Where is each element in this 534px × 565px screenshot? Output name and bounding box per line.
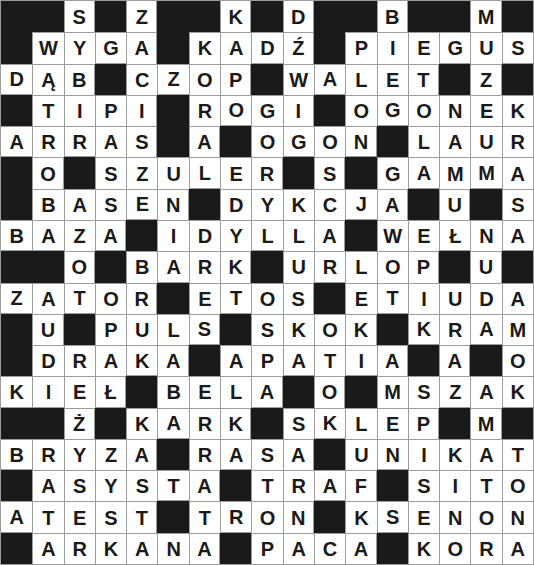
- crossword-cell[interactable]: Z: [64, 220, 95, 251]
- crossword-cell[interactable]: U: [470, 126, 501, 157]
- crossword-cell[interactable]: M: [502, 314, 533, 345]
- crossword-cell[interactable]: P: [408, 251, 439, 282]
- crossword-cell[interactable]: I: [439, 470, 470, 501]
- black-cell: [1, 314, 32, 345]
- crossword-cell[interactable]: A: [32, 220, 63, 251]
- crossword-cell[interactable]: O: [377, 251, 408, 282]
- crossword-cell[interactable]: L: [220, 376, 251, 407]
- crossword-cell[interactable]: R: [32, 439, 63, 470]
- crossword-cell[interactable]: O: [251, 501, 282, 532]
- black-cell: [502, 408, 533, 439]
- black-cell: [408, 189, 439, 220]
- crossword-cell[interactable]: E: [126, 189, 157, 220]
- crossword-grid: SZKDBMWYGAKADŹPIEGUSDĄBCZOPWALETZTIPIROG…: [0, 0, 534, 565]
- crossword-cell[interactable]: U: [283, 251, 314, 282]
- crossword-cell[interactable]: A: [314, 220, 345, 251]
- black-cell: [157, 501, 188, 532]
- crossword-cell[interactable]: I: [64, 95, 95, 126]
- crossword-cell[interactable]: A: [502, 283, 533, 314]
- black-cell: [220, 314, 251, 345]
- crossword-cell[interactable]: R: [126, 283, 157, 314]
- crossword-cell[interactable]: G: [377, 95, 408, 126]
- crossword-cell[interactable]: A: [283, 533, 314, 564]
- crossword-cell[interactable]: Z: [439, 376, 470, 407]
- crossword-cell[interactable]: R: [32, 126, 63, 157]
- black-cell: [439, 1, 470, 32]
- crossword-cell[interactable]: A: [32, 283, 63, 314]
- crossword-cell[interactable]: Ł: [439, 220, 470, 251]
- crossword-cell[interactable]: U: [439, 283, 470, 314]
- black-cell: [32, 1, 63, 32]
- crossword-cell[interactable]: L: [283, 220, 314, 251]
- crossword-cell[interactable]: A: [377, 189, 408, 220]
- crossword-cell[interactable]: A: [126, 439, 157, 470]
- black-cell: [251, 64, 282, 95]
- crossword-cell[interactable]: D: [220, 189, 251, 220]
- black-cell: [502, 1, 533, 32]
- crossword-cell[interactable]: R: [439, 314, 470, 345]
- crossword-cell[interactable]: T: [220, 283, 251, 314]
- crossword-cell[interactable]: A: [470, 314, 501, 345]
- crossword-cell[interactable]: S: [126, 126, 157, 157]
- crossword-cell[interactable]: M: [377, 376, 408, 407]
- crossword-cell[interactable]: A: [283, 345, 314, 376]
- crossword-cell[interactable]: C: [126, 64, 157, 95]
- crossword-cell[interactable]: I: [408, 283, 439, 314]
- crossword-cell[interactable]: A: [126, 533, 157, 564]
- crossword-cell[interactable]: R: [189, 408, 220, 439]
- crossword-cell[interactable]: E: [220, 157, 251, 188]
- crossword-cell[interactable]: E: [189, 376, 220, 407]
- crossword-cell[interactable]: S: [408, 376, 439, 407]
- crossword-cell[interactable]: R: [64, 533, 95, 564]
- crossword-cell[interactable]: A: [220, 345, 251, 376]
- crossword-cell[interactable]: U: [439, 189, 470, 220]
- crossword-cell[interactable]: K: [220, 408, 251, 439]
- crossword-cell[interactable]: O: [251, 126, 282, 157]
- crossword-cell[interactable]: O: [314, 314, 345, 345]
- crossword-cell[interactable]: A: [95, 220, 126, 251]
- crossword-cell[interactable]: G: [283, 126, 314, 157]
- crossword-cell[interactable]: S: [283, 283, 314, 314]
- black-cell: [126, 220, 157, 251]
- crossword-cell[interactable]: R: [283, 470, 314, 501]
- crossword-cell[interactable]: R: [470, 533, 501, 564]
- crossword-cell[interactable]: I: [377, 32, 408, 63]
- crossword-cell[interactable]: W: [377, 220, 408, 251]
- crossword-cell[interactable]: D: [1, 64, 32, 95]
- crossword-cell[interactable]: G: [377, 157, 408, 188]
- crossword-cell[interactable]: Z: [157, 64, 188, 95]
- black-cell: [314, 95, 345, 126]
- black-cell: [189, 345, 220, 376]
- crossword-cell[interactable]: Y: [95, 470, 126, 501]
- black-cell: [251, 408, 282, 439]
- crossword-cell[interactable]: M: [470, 408, 501, 439]
- crossword-cell[interactable]: B: [377, 1, 408, 32]
- crossword-cell[interactable]: E: [408, 220, 439, 251]
- black-cell: [1, 251, 32, 282]
- crossword-cell[interactable]: N: [283, 501, 314, 532]
- crossword-cell[interactable]: A: [189, 470, 220, 501]
- crossword-cell[interactable]: Y: [64, 439, 95, 470]
- crossword-cell[interactable]: E: [189, 283, 220, 314]
- crossword-cell[interactable]: Z: [470, 64, 501, 95]
- crossword-cell[interactable]: G: [95, 32, 126, 63]
- black-cell: [1, 189, 32, 220]
- crossword-cell[interactable]: R: [251, 157, 282, 188]
- crossword-cell[interactable]: K: [220, 251, 251, 282]
- crossword-cell[interactable]: A: [439, 345, 470, 376]
- crossword-cell[interactable]: W: [32, 32, 63, 63]
- crossword-cell[interactable]: E: [377, 408, 408, 439]
- crossword-cell[interactable]: P: [220, 64, 251, 95]
- black-cell: [64, 157, 95, 188]
- black-cell: [251, 1, 282, 32]
- crossword-cell[interactable]: K: [95, 533, 126, 564]
- crossword-cell[interactable]: Y: [220, 220, 251, 251]
- crossword-cell[interactable]: L: [189, 157, 220, 188]
- crossword-cell[interactable]: B: [157, 376, 188, 407]
- crossword-cell[interactable]: U: [470, 251, 501, 282]
- crossword-cell[interactable]: O: [314, 376, 345, 407]
- crossword-cell[interactable]: Y: [251, 189, 282, 220]
- crossword-cell[interactable]: T: [126, 501, 157, 532]
- crossword-cell[interactable]: D: [32, 345, 63, 376]
- black-cell: [470, 345, 501, 376]
- crossword-cell[interactable]: A: [220, 32, 251, 63]
- crossword-cell[interactable]: A: [251, 376, 282, 407]
- crossword-cell[interactable]: S: [251, 314, 282, 345]
- crossword-cell[interactable]: R: [314, 251, 345, 282]
- crossword-cell[interactable]: A: [314, 64, 345, 95]
- crossword-cell[interactable]: E: [377, 64, 408, 95]
- crossword-cell[interactable]: R: [189, 95, 220, 126]
- crossword-cell[interactable]: P: [345, 32, 376, 63]
- crossword-cell[interactable]: S: [502, 189, 533, 220]
- crossword-cell[interactable]: M: [439, 157, 470, 188]
- crossword-cell[interactable]: B: [126, 251, 157, 282]
- crossword-cell[interactable]: Z: [1, 283, 32, 314]
- crossword-cell[interactable]: L: [408, 126, 439, 157]
- crossword-cell[interactable]: K: [126, 408, 157, 439]
- crossword-cell[interactable]: S: [408, 470, 439, 501]
- crossword-cell[interactable]: A: [283, 439, 314, 470]
- black-cell: [1, 32, 32, 63]
- crossword-cell[interactable]: Ż: [64, 408, 95, 439]
- crossword-cell[interactable]: E: [64, 501, 95, 532]
- crossword-cell[interactable]: I: [157, 220, 188, 251]
- crossword-cell[interactable]: L: [157, 314, 188, 345]
- crossword-cell[interactable]: T: [32, 501, 63, 532]
- crossword-cell[interactable]: K: [502, 376, 533, 407]
- crossword-cell[interactable]: G: [251, 95, 282, 126]
- crossword-cell[interactable]: K: [439, 439, 470, 470]
- crossword-cell[interactable]: I: [126, 95, 157, 126]
- crossword-cell[interactable]: T: [32, 95, 63, 126]
- crossword-cell[interactable]: O: [64, 251, 95, 282]
- crossword-cell[interactable]: R: [189, 251, 220, 282]
- crossword-cell[interactable]: A: [189, 533, 220, 564]
- crossword-cell[interactable]: O: [502, 345, 533, 376]
- crossword-cell[interactable]: T: [408, 64, 439, 95]
- crossword-cell[interactable]: E: [345, 283, 376, 314]
- crossword-cell[interactable]: A: [470, 376, 501, 407]
- black-cell: [314, 283, 345, 314]
- black-cell: [439, 251, 470, 282]
- crossword-cell[interactable]: O: [189, 64, 220, 95]
- crossword-cell[interactable]: A: [502, 533, 533, 564]
- crossword-cell[interactable]: A: [95, 345, 126, 376]
- crossword-cell[interactable]: S: [251, 439, 282, 470]
- crossword-cell[interactable]: E: [408, 32, 439, 63]
- crossword-cell[interactable]: Ź: [283, 32, 314, 63]
- crossword-cell[interactable]: K: [408, 533, 439, 564]
- crossword-cell[interactable]: D: [470, 283, 501, 314]
- crossword-cell[interactable]: S: [95, 189, 126, 220]
- crossword-cell[interactable]: A: [502, 157, 533, 188]
- black-cell: [32, 251, 63, 282]
- crossword-cell[interactable]: Ą: [32, 64, 63, 95]
- black-cell: [220, 533, 251, 564]
- crossword-cell[interactable]: A: [1, 126, 32, 157]
- crossword-cell[interactable]: U: [32, 314, 63, 345]
- crossword-cell[interactable]: O: [439, 533, 470, 564]
- crossword-cell[interactable]: N: [439, 95, 470, 126]
- crossword-cell[interactable]: Z: [126, 157, 157, 188]
- crossword-cell[interactable]: I: [408, 439, 439, 470]
- crossword-cell[interactable]: P: [95, 95, 126, 126]
- black-cell: [157, 126, 188, 157]
- crossword-cell[interactable]: M: [470, 157, 501, 188]
- crossword-cell[interactable]: K: [1, 376, 32, 407]
- crossword-cell[interactable]: P: [408, 408, 439, 439]
- black-cell: [157, 283, 188, 314]
- crossword-cell[interactable]: O: [502, 470, 533, 501]
- crossword-cell[interactable]: R: [64, 126, 95, 157]
- crossword-cell[interactable]: A: [1, 501, 32, 532]
- black-cell: [345, 157, 376, 188]
- black-cell: [1, 1, 32, 32]
- crossword-cell[interactable]: B: [1, 220, 32, 251]
- crossword-cell[interactable]: U: [157, 157, 188, 188]
- black-cell: [126, 376, 157, 407]
- black-cell: [377, 126, 408, 157]
- crossword-cell[interactable]: A: [345, 533, 376, 564]
- crossword-cell[interactable]: B: [64, 64, 95, 95]
- crossword-cell[interactable]: T: [470, 470, 501, 501]
- crossword-cell[interactable]: J: [345, 189, 376, 220]
- crossword-cell[interactable]: K: [502, 95, 533, 126]
- crossword-cell[interactable]: E: [408, 501, 439, 532]
- crossword-cell[interactable]: T: [502, 439, 533, 470]
- crossword-cell[interactable]: T: [64, 283, 95, 314]
- crossword-cell[interactable]: N: [439, 501, 470, 532]
- crossword-cell[interactable]: R: [220, 501, 251, 532]
- crossword-cell[interactable]: U: [126, 314, 157, 345]
- crossword-cell[interactable]: O: [220, 95, 251, 126]
- crossword-cell[interactable]: D: [251, 32, 282, 63]
- black-cell: [189, 1, 220, 32]
- crossword-cell[interactable]: A: [377, 345, 408, 376]
- crossword-cell[interactable]: O: [408, 95, 439, 126]
- crossword-cell[interactable]: U: [345, 439, 376, 470]
- crossword-cell[interactable]: C: [314, 533, 345, 564]
- black-cell: [314, 32, 345, 63]
- black-cell: [95, 408, 126, 439]
- crossword-cell[interactable]: A: [408, 157, 439, 188]
- black-cell: [408, 345, 439, 376]
- crossword-cell[interactable]: S: [126, 470, 157, 501]
- black-cell: [220, 126, 251, 157]
- crossword-cell[interactable]: L: [345, 64, 376, 95]
- crossword-cell[interactable]: O: [345, 95, 376, 126]
- crossword-cell[interactable]: N: [157, 189, 188, 220]
- crossword-cell[interactable]: A: [220, 439, 251, 470]
- black-cell: [283, 376, 314, 407]
- crossword-cell[interactable]: I: [345, 345, 376, 376]
- crossword-cell[interactable]: S: [502, 32, 533, 63]
- crossword-cell[interactable]: A: [470, 439, 501, 470]
- black-cell: [95, 1, 126, 32]
- crossword-cell[interactable]: S: [189, 314, 220, 345]
- crossword-cell[interactable]: S: [314, 157, 345, 188]
- crossword-cell[interactable]: T: [377, 283, 408, 314]
- crossword-cell[interactable]: A: [157, 345, 188, 376]
- black-cell: [1, 95, 32, 126]
- crossword-cell[interactable]: S: [64, 1, 95, 32]
- crossword-cell[interactable]: A: [64, 189, 95, 220]
- black-cell: [470, 189, 501, 220]
- crossword-cell[interactable]: A: [314, 470, 345, 501]
- crossword-cell[interactable]: U: [470, 32, 501, 63]
- crossword-cell[interactable]: K: [283, 189, 314, 220]
- black-cell: [64, 314, 95, 345]
- crossword-cell[interactable]: L: [251, 220, 282, 251]
- crossword-cell[interactable]: G: [439, 32, 470, 63]
- crossword-cell[interactable]: A: [32, 470, 63, 501]
- crossword-cell[interactable]: T: [189, 501, 220, 532]
- crossword-cell[interactable]: P: [251, 345, 282, 376]
- crossword-cell[interactable]: A: [157, 408, 188, 439]
- black-cell: [220, 470, 251, 501]
- black-cell: [377, 533, 408, 564]
- crossword-cell[interactable]: O: [95, 283, 126, 314]
- crossword-cell[interactable]: A: [32, 533, 63, 564]
- black-cell: [1, 157, 32, 188]
- crossword-cell[interactable]: O: [32, 157, 63, 188]
- black-cell: [502, 251, 533, 282]
- black-cell: [345, 1, 376, 32]
- crossword-cell[interactable]: P: [95, 314, 126, 345]
- crossword-cell[interactable]: P: [251, 533, 282, 564]
- crossword-cell[interactable]: S: [64, 470, 95, 501]
- crossword-cell[interactable]: E: [64, 376, 95, 407]
- black-cell: [95, 251, 126, 282]
- crossword-cell[interactable]: O: [251, 283, 282, 314]
- black-cell: [1, 470, 32, 501]
- crossword-cell[interactable]: K: [189, 32, 220, 63]
- crossword-cell[interactable]: I: [283, 95, 314, 126]
- crossword-cell[interactable]: W: [283, 64, 314, 95]
- crossword-cell[interactable]: R: [502, 126, 533, 157]
- crossword-cell[interactable]: K: [345, 314, 376, 345]
- black-cell: [439, 408, 470, 439]
- black-cell: [502, 64, 533, 95]
- crossword-cell[interactable]: K: [126, 345, 157, 376]
- black-cell: [189, 189, 220, 220]
- crossword-cell[interactable]: Z: [95, 439, 126, 470]
- black-cell: [314, 439, 345, 470]
- crossword-cell[interactable]: T: [251, 470, 282, 501]
- black-cell: [157, 439, 188, 470]
- crossword-cell[interactable]: Ł: [95, 376, 126, 407]
- crossword-cell[interactable]: F: [345, 470, 376, 501]
- crossword-cell[interactable]: N: [345, 126, 376, 157]
- crossword-cell[interactable]: B: [1, 439, 32, 470]
- crossword-cell[interactable]: N: [502, 501, 533, 532]
- crossword-cell[interactable]: E: [470, 95, 501, 126]
- crossword-cell[interactable]: A: [95, 126, 126, 157]
- black-cell: [157, 32, 188, 63]
- crossword-cell[interactable]: R: [64, 345, 95, 376]
- crossword-cell[interactable]: D: [283, 1, 314, 32]
- crossword-cell[interactable]: S: [377, 501, 408, 532]
- crossword-cell[interactable]: A: [189, 126, 220, 157]
- black-cell: [283, 157, 314, 188]
- black-cell: [1, 408, 32, 439]
- crossword-cell[interactable]: M: [470, 1, 501, 32]
- crossword-cell[interactable]: K: [408, 314, 439, 345]
- crossword-cell[interactable]: A: [439, 126, 470, 157]
- crossword-cell[interactable]: N: [157, 533, 188, 564]
- black-cell: [157, 95, 188, 126]
- crossword-cell[interactable]: R: [189, 439, 220, 470]
- crossword-cell[interactable]: N: [377, 439, 408, 470]
- black-cell: [314, 1, 345, 32]
- black-cell: [1, 345, 32, 376]
- crossword-cell[interactable]: K: [283, 314, 314, 345]
- crossword-cell[interactable]: L: [345, 408, 376, 439]
- black-cell: [1, 533, 32, 564]
- crossword-cell[interactable]: T: [314, 345, 345, 376]
- black-cell: [95, 64, 126, 95]
- crossword-cell[interactable]: T: [157, 470, 188, 501]
- crossword-cell[interactable]: D: [189, 220, 220, 251]
- crossword-cell[interactable]: A: [157, 251, 188, 282]
- black-cell: [377, 470, 408, 501]
- black-cell: [377, 314, 408, 345]
- crossword-cell[interactable]: S: [95, 157, 126, 188]
- crossword-cell[interactable]: L: [345, 251, 376, 282]
- crossword-cell[interactable]: S: [283, 408, 314, 439]
- crossword-cell[interactable]: I: [32, 376, 63, 407]
- crossword-cell[interactable]: O: [470, 501, 501, 532]
- crossword-cell[interactable]: B: [32, 189, 63, 220]
- crossword-cell[interactable]: A: [502, 220, 533, 251]
- crossword-cell[interactable]: Y: [64, 32, 95, 63]
- crossword-cell[interactable]: Z: [126, 1, 157, 32]
- crossword-cell[interactable]: A: [126, 32, 157, 63]
- crossword-cell[interactable]: O: [314, 126, 345, 157]
- crossword-cell[interactable]: C: [314, 189, 345, 220]
- black-cell: [157, 1, 188, 32]
- crossword-cell[interactable]: N: [470, 220, 501, 251]
- crossword-cell[interactable]: S: [95, 501, 126, 532]
- crossword-cell[interactable]: K: [345, 501, 376, 532]
- crossword-cell[interactable]: K: [314, 408, 345, 439]
- crossword-cell[interactable]: K: [220, 1, 251, 32]
